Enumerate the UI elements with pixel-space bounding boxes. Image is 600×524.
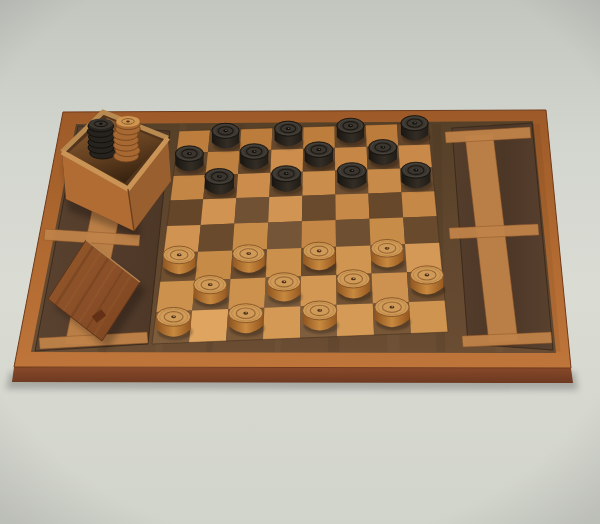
checkers-board-photo (0, 0, 600, 524)
vignette (0, 0, 600, 524)
photo-scene (0, 0, 600, 524)
